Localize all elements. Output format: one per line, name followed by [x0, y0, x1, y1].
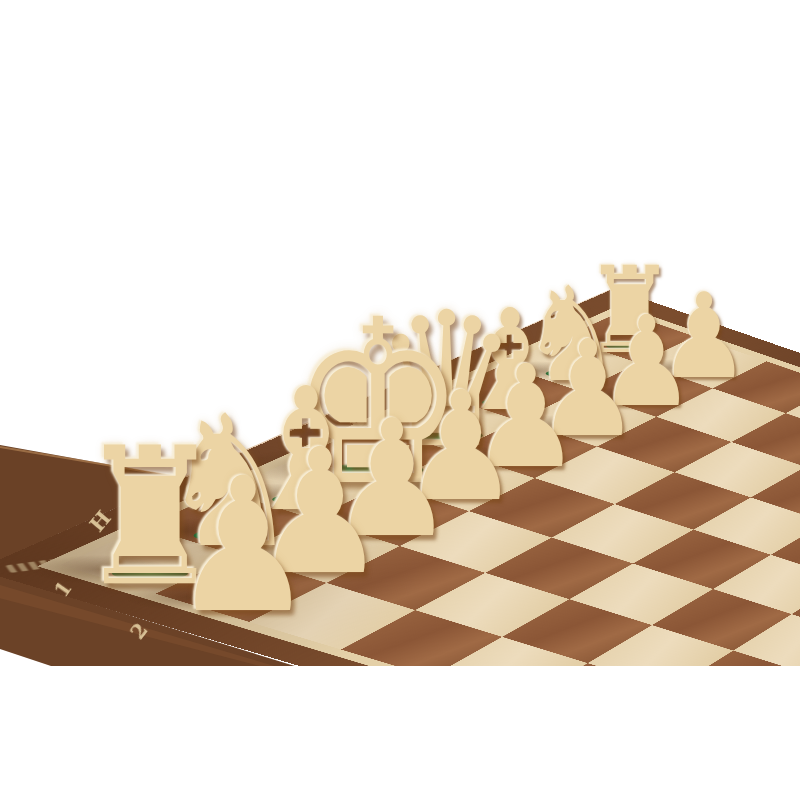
chess-photo-stage: HGE12 ♜♟♞♟♝♟♛♟♚♟♝♟♞♟♜♟: [0, 0, 800, 800]
pawn-glyph: ♟: [171, 454, 314, 640]
backdrop-mask: [0, 666, 800, 800]
